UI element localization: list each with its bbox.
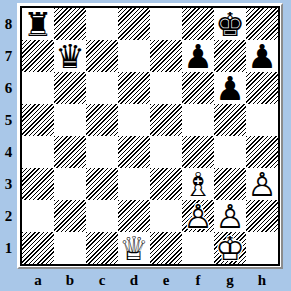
square-g2[interactable]: ♟♙ (214, 200, 246, 232)
file-labels: abcdefgh (22, 270, 278, 290)
square-c8[interactable] (86, 8, 118, 40)
file-label-b: b (54, 270, 86, 290)
piece-glyph: ♛ (54, 40, 86, 72)
square-d6[interactable] (118, 72, 150, 104)
square-b6[interactable] (54, 72, 86, 104)
square-d1[interactable]: ♛♕ (118, 232, 150, 264)
square-h6[interactable] (246, 72, 278, 104)
piece-white-king[interactable]: ♚♔ (214, 232, 246, 264)
square-g1[interactable]: ♚♔ (214, 232, 246, 264)
square-a1[interactable] (22, 232, 54, 264)
piece-white-bishop[interactable]: ♝♗ (182, 168, 214, 200)
piece-outline: ♕ (118, 232, 150, 264)
piece-outline: ♙ (246, 168, 278, 200)
square-e6[interactable] (150, 72, 182, 104)
rank-label-7: 7 (0, 40, 17, 72)
square-c3[interactable] (86, 168, 118, 200)
square-f7[interactable]: ♟ (182, 40, 214, 72)
square-b5[interactable] (54, 104, 86, 136)
square-b2[interactable] (54, 200, 86, 232)
square-a5[interactable] (22, 104, 54, 136)
square-a3[interactable] (22, 168, 54, 200)
square-a4[interactable] (22, 136, 54, 168)
piece-outline: ♗ (182, 168, 214, 200)
square-a7[interactable] (22, 40, 54, 72)
piece-white-pawn[interactable]: ♟♙ (214, 200, 246, 232)
square-c7[interactable] (86, 40, 118, 72)
chess-board-panel: ♜♚♛♟♟♟♝♗♟♙♟♙♟♙♛♕♚♔ (17, 3, 283, 269)
square-g4[interactable] (214, 136, 246, 168)
file-label-f: f (182, 270, 214, 290)
square-h2[interactable] (246, 200, 278, 232)
square-b1[interactable] (54, 232, 86, 264)
square-d2[interactable] (118, 200, 150, 232)
square-h3[interactable]: ♟♙ (246, 168, 278, 200)
square-f1[interactable] (182, 232, 214, 264)
piece-glyph: ♟ (214, 72, 246, 104)
square-b7[interactable]: ♛ (54, 40, 86, 72)
square-e4[interactable] (150, 136, 182, 168)
square-g5[interactable] (214, 104, 246, 136)
square-f3[interactable]: ♝♗ (182, 168, 214, 200)
piece-black-rook[interactable]: ♜ (22, 8, 54, 40)
square-e7[interactable] (150, 40, 182, 72)
square-g3[interactable] (214, 168, 246, 200)
square-d5[interactable] (118, 104, 150, 136)
square-f6[interactable] (182, 72, 214, 104)
square-d8[interactable] (118, 8, 150, 40)
piece-outline: ♙ (182, 200, 214, 232)
square-f5[interactable] (182, 104, 214, 136)
square-e2[interactable] (150, 200, 182, 232)
file-label-c: c (86, 270, 118, 290)
rank-label-4: 4 (0, 136, 17, 168)
square-d4[interactable] (118, 136, 150, 168)
square-d3[interactable] (118, 168, 150, 200)
rank-label-8: 8 (0, 8, 17, 40)
piece-glyph: ♚ (214, 8, 246, 40)
square-c1[interactable] (86, 232, 118, 264)
piece-black-pawn[interactable]: ♟ (246, 40, 278, 72)
square-e8[interactable] (150, 8, 182, 40)
rank-label-6: 6 (0, 72, 17, 104)
square-h1[interactable] (246, 232, 278, 264)
piece-outline: ♔ (214, 232, 246, 264)
square-h7[interactable]: ♟ (246, 40, 278, 72)
rank-label-1: 1 (0, 232, 17, 264)
file-label-g: g (214, 270, 246, 290)
square-a2[interactable] (22, 200, 54, 232)
square-d7[interactable] (118, 40, 150, 72)
piece-outline: ♙ (214, 200, 246, 232)
piece-glyph: ♜ (22, 8, 54, 40)
square-f2[interactable]: ♟♙ (182, 200, 214, 232)
piece-glyph: ♟ (182, 40, 214, 72)
file-label-e: e (150, 270, 182, 290)
square-h5[interactable] (246, 104, 278, 136)
piece-white-queen[interactable]: ♛♕ (118, 232, 150, 264)
chess-diagram: { "game": "chess", "position": { "fen_bo… (0, 0, 291, 291)
piece-black-queen[interactable]: ♛ (54, 40, 86, 72)
piece-white-pawn[interactable]: ♟♙ (246, 168, 278, 200)
square-g8[interactable]: ♚ (214, 8, 246, 40)
piece-glyph: ♟ (246, 40, 278, 72)
square-b4[interactable] (54, 136, 86, 168)
square-h8[interactable] (246, 8, 278, 40)
square-g7[interactable] (214, 40, 246, 72)
piece-black-pawn[interactable]: ♟ (214, 72, 246, 104)
piece-white-pawn[interactable]: ♟♙ (182, 200, 214, 232)
piece-black-king[interactable]: ♚ (214, 8, 246, 40)
square-c2[interactable] (86, 200, 118, 232)
square-e5[interactable] (150, 104, 182, 136)
square-c4[interactable] (86, 136, 118, 168)
rank-label-3: 3 (0, 168, 17, 200)
square-b8[interactable] (54, 8, 86, 40)
square-h4[interactable] (246, 136, 278, 168)
square-c5[interactable] (86, 104, 118, 136)
file-label-h: h (246, 270, 278, 290)
square-f4[interactable] (182, 136, 214, 168)
square-e3[interactable] (150, 168, 182, 200)
rank-label-2: 2 (0, 200, 17, 232)
rank-labels: 87654321 (0, 8, 17, 264)
square-a8[interactable]: ♜ (22, 8, 54, 40)
piece-black-pawn[interactable]: ♟ (182, 40, 214, 72)
file-label-a: a (22, 270, 54, 290)
chess-board: ♜♚♛♟♟♟♝♗♟♙♟♙♟♙♛♕♚♔ (20, 6, 280, 266)
square-f8[interactable] (182, 8, 214, 40)
file-label-d: d (118, 270, 150, 290)
square-e1[interactable] (150, 232, 182, 264)
square-g6[interactable]: ♟ (214, 72, 246, 104)
rank-label-5: 5 (0, 104, 17, 136)
square-b3[interactable] (54, 168, 86, 200)
square-c6[interactable] (86, 72, 118, 104)
square-a6[interactable] (22, 72, 54, 104)
